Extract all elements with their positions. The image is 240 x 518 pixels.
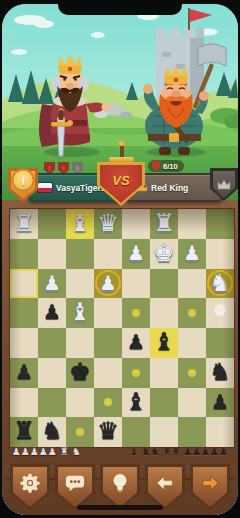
white-queen-d8[interactable]: ♛ <box>97 211 119 235</box>
right-player-name: Red King <box>151 183 188 193</box>
silver-crown-icon <box>216 178 232 191</box>
square-g3[interactable] <box>178 358 206 388</box>
square-g4[interactable] <box>178 328 206 358</box>
square-c8[interactable]: ♝ <box>66 209 94 239</box>
captured-piece: ♞ <box>72 446 81 458</box>
square-h6[interactable]: ♞ <box>206 269 234 299</box>
square-f1[interactable] <box>150 417 178 447</box>
square-e8[interactable] <box>122 209 150 239</box>
captured-piece: ♜ <box>60 446 69 458</box>
poland-flag-icon <box>38 183 52 192</box>
square-d3[interactable] <box>94 358 122 388</box>
captured-black-pieces-tray: ♝♞♞♜♜♟♟♟♟♟ <box>129 446 228 458</box>
white-pawn-g7[interactable]: ♟ <box>183 243 201 263</box>
square-b2[interactable] <box>38 388 66 418</box>
square-h7[interactable] <box>206 239 234 269</box>
legal-move-dot[interactable] <box>188 309 196 317</box>
square-f7[interactable]: ♚ <box>150 239 178 269</box>
white-pawn-e7[interactable]: ♟ <box>127 243 145 263</box>
square-h3[interactable]: ♞ <box>206 358 234 388</box>
bot-health-value: 6/10 <box>163 162 178 171</box>
board-panel: ♜♝♛♜♟♚♟♟♟♞♟♝♟♝♟♚♞♝♟♜♞♛ ♟♟♟♟♟♜♞ ♝♞♞♜♜♟♟♟♟… <box>2 200 238 515</box>
shield-icon <box>152 161 160 171</box>
square-h2[interactable]: ♟ <box>206 388 234 418</box>
captured-piece: ♞ <box>141 446 150 458</box>
hint-button[interactable] <box>100 464 140 510</box>
phone-frame: VasyaTiger92 I VS 6/10 Red King <box>0 0 240 518</box>
square-g6[interactable] <box>178 269 206 299</box>
square-d5[interactable] <box>94 298 122 328</box>
square-f2[interactable] <box>150 388 178 418</box>
square-a7[interactable] <box>10 239 38 269</box>
white-bishop-c5[interactable]: ♝ <box>69 300 91 324</box>
square-g7[interactable]: ♟ <box>178 239 206 269</box>
chat-bubble-icon <box>64 473 86 493</box>
captured-piece: ♟ <box>210 446 219 458</box>
square-c1[interactable] <box>66 417 94 447</box>
square-d4[interactable] <box>94 328 122 358</box>
black-rook-a1[interactable]: ♜ <box>13 419 35 443</box>
chess-board[interactable]: ♜♝♛♜♟♚♟♟♟♞♟♝♟♝♟♚♞♝♟♜♞♛ <box>10 209 234 447</box>
square-g5[interactable] <box>178 298 206 328</box>
back-button[interactable] <box>145 464 185 510</box>
square-d8[interactable]: ♛ <box>94 209 122 239</box>
black-pawn-e4[interactable]: ♟ <box>127 332 145 352</box>
square-f6[interactable] <box>150 269 178 299</box>
white-rook-a8[interactable]: ♜ <box>13 211 35 235</box>
square-a5[interactable] <box>10 298 38 328</box>
square-h1[interactable] <box>206 417 234 447</box>
lightbulb-icon <box>110 472 130 494</box>
captured-piece: ♟ <box>39 446 48 458</box>
square-c4[interactable] <box>66 328 94 358</box>
settings-button[interactable] <box>10 464 50 510</box>
black-queen-d1[interactable]: ♛ <box>97 419 119 443</box>
captured-pieces: ♟♟♟♟♟♜♞ ♝♞♞♜♜♟♟♟♟♟ <box>12 446 228 458</box>
square-b7[interactable] <box>38 239 66 269</box>
captured-piece: ♟ <box>183 446 192 458</box>
square-a2[interactable] <box>10 388 38 418</box>
captured-piece: ♜ <box>162 446 171 458</box>
square-d2[interactable] <box>94 388 122 418</box>
square-d1[interactable]: ♛ <box>94 417 122 447</box>
captured-piece: ♜ <box>171 446 180 458</box>
square-d7[interactable] <box>94 239 122 269</box>
white-knight-h6[interactable]: ♞ <box>209 271 231 295</box>
black-knight-h3[interactable]: ♞ <box>209 360 231 384</box>
legal-move-dot[interactable] <box>76 428 84 436</box>
vs-label: VS <box>112 173 129 188</box>
square-c7[interactable] <box>66 239 94 269</box>
square-a3[interactable]: ♟ <box>10 358 38 388</box>
captured-piece: ♟ <box>30 446 39 458</box>
left-arrow-icon <box>154 473 176 493</box>
square-e4[interactable]: ♟ <box>122 328 150 358</box>
legal-move-dot[interactable] <box>132 369 140 377</box>
square-g1[interactable] <box>178 417 206 447</box>
black-bishop-e2[interactable]: ♝ <box>125 390 147 414</box>
square-e7[interactable]: ♟ <box>122 239 150 269</box>
square-f4[interactable]: ♝ <box>150 328 178 358</box>
gear-icon <box>19 472 41 494</box>
square-f3[interactable] <box>150 358 178 388</box>
captured-piece: ♞ <box>150 446 159 458</box>
black-knight-b1[interactable]: ♞ <box>41 419 63 443</box>
captured-piece: ♟ <box>12 446 21 458</box>
captured-piece: ♟ <box>21 446 30 458</box>
square-b5[interactable]: ♟ <box>38 298 66 328</box>
match-header: VasyaTiger92 I VS 6/10 Red King <box>2 4 238 209</box>
square-a8[interactable]: ♜ <box>10 209 38 239</box>
level-badge-value: I <box>14 171 33 190</box>
square-h8[interactable] <box>206 209 234 239</box>
white-pawn-d6[interactable]: ♟ <box>99 273 117 293</box>
white-pawn-b6[interactable]: ♟ <box>43 273 61 293</box>
square-b6[interactable]: ♟ <box>38 269 66 299</box>
square-g2[interactable] <box>178 388 206 418</box>
square-b4[interactable] <box>38 328 66 358</box>
square-e1[interactable] <box>122 417 150 447</box>
captured-piece: ♝ <box>129 446 138 458</box>
captured-piece: ♟ <box>192 446 201 458</box>
right-arrow-icon <box>199 473 221 493</box>
square-h5[interactable] <box>206 298 234 328</box>
square-a4[interactable] <box>10 328 38 358</box>
black-pawn-a3[interactable]: ♟ <box>15 362 33 382</box>
square-g8[interactable] <box>178 209 206 239</box>
captured-piece: ♟ <box>201 446 210 458</box>
vs-banner: VS <box>97 141 145 207</box>
square-c6[interactable] <box>66 269 94 299</box>
forward-button[interactable] <box>190 464 230 510</box>
bot-health: 6/10 <box>148 160 184 172</box>
legal-move-dot[interactable] <box>104 398 112 406</box>
toolbar <box>10 464 230 510</box>
app-screen: VasyaTiger92 I VS 6/10 Red King <box>2 4 238 515</box>
chat-button[interactable] <box>55 464 95 510</box>
square-c5[interactable]: ♝ <box>66 298 94 328</box>
square-b3[interactable] <box>38 358 66 388</box>
square-c2[interactable] <box>66 388 94 418</box>
square-b8[interactable] <box>38 209 66 239</box>
white-rook-f8[interactable]: ♜ <box>153 211 175 235</box>
black-bishop-f4[interactable]: ♝ <box>153 330 175 354</box>
square-a6[interactable] <box>10 269 38 299</box>
home-indicator[interactable] <box>77 505 163 510</box>
captured-piece: ♟ <box>48 446 57 458</box>
white-bishop-c8[interactable]: ♝ <box>69 211 91 235</box>
square-e3[interactable] <box>122 358 150 388</box>
phone-notch <box>58 4 182 15</box>
square-e2[interactable]: ♝ <box>122 388 150 418</box>
square-e5[interactable] <box>122 298 150 328</box>
captured-piece: ♟ <box>219 446 228 458</box>
square-e6[interactable] <box>122 269 150 299</box>
square-b1[interactable]: ♞ <box>38 417 66 447</box>
white-king-f7[interactable]: ♚ <box>153 241 175 265</box>
square-a1[interactable]: ♜ <box>10 417 38 447</box>
faint-marker <box>214 304 226 316</box>
square-d6[interactable]: ♟ <box>94 269 122 299</box>
square-h4[interactable] <box>206 328 234 358</box>
legal-move-dot[interactable] <box>188 369 196 377</box>
black-pawn-b5[interactable]: ♟ <box>43 303 61 323</box>
square-c3[interactable]: ♚ <box>66 358 94 388</box>
legal-move-dot[interactable] <box>132 309 140 317</box>
square-f8[interactable]: ♜ <box>150 209 178 239</box>
captured-white-pieces-tray: ♟♟♟♟♟♜♞ <box>12 446 81 458</box>
square-f5[interactable] <box>150 298 178 328</box>
black-king-c3[interactable]: ♚ <box>69 360 91 384</box>
black-pawn-h2[interactable]: ♟ <box>211 392 229 412</box>
